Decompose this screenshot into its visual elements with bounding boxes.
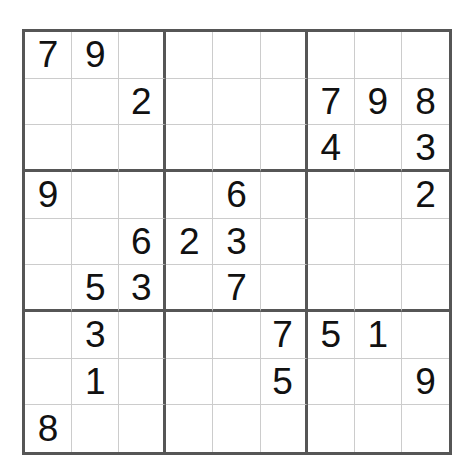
- cell-r6c7-empty[interactable]: [308, 265, 355, 312]
- cell-r2c4-empty[interactable]: [166, 79, 213, 126]
- cell-r1c7-empty[interactable]: [308, 32, 355, 79]
- cell-r5c8-empty[interactable]: [355, 219, 402, 266]
- cell-r4c8-empty[interactable]: [355, 172, 402, 219]
- cell-r6c1-empty[interactable]: [25, 265, 72, 312]
- cell-r9c5-empty[interactable]: [213, 405, 260, 452]
- cell-r5c3-given: 6: [119, 219, 166, 266]
- cell-r1c5-empty[interactable]: [213, 32, 260, 79]
- cell-r2c6-empty[interactable]: [261, 79, 308, 126]
- cell-r6c4-empty[interactable]: [166, 265, 213, 312]
- cell-r3c9-given: 3: [402, 125, 449, 172]
- cell-r8c6-given: 5: [261, 359, 308, 406]
- cell-r7c9-empty[interactable]: [402, 312, 449, 359]
- cell-r4c1-given: 9: [25, 172, 72, 219]
- cell-r8c1-empty[interactable]: [25, 359, 72, 406]
- cell-r8c9-given: 9: [402, 359, 449, 406]
- cell-r2c7-given: 7: [308, 79, 355, 126]
- cell-r1c1-given: 7: [25, 32, 72, 79]
- cell-r9c9-empty[interactable]: [402, 405, 449, 452]
- cell-r7c5-empty[interactable]: [213, 312, 260, 359]
- cell-r3c1-empty[interactable]: [25, 125, 72, 172]
- cell-r8c5-empty[interactable]: [213, 359, 260, 406]
- cell-r3c4-empty[interactable]: [166, 125, 213, 172]
- sudoku-board: 7927984396262353737511598: [22, 29, 452, 455]
- cell-r6c8-empty[interactable]: [355, 265, 402, 312]
- cell-r8c8-empty[interactable]: [355, 359, 402, 406]
- cell-r5c9-empty[interactable]: [402, 219, 449, 266]
- cell-r8c3-empty[interactable]: [119, 359, 166, 406]
- cell-r5c1-empty[interactable]: [25, 219, 72, 266]
- cell-r6c3-given: 3: [119, 265, 166, 312]
- cell-r6c6-empty[interactable]: [261, 265, 308, 312]
- cell-r5c4-given: 2: [166, 219, 213, 266]
- cell-r9c8-empty[interactable]: [355, 405, 402, 452]
- cell-r7c2-given: 3: [72, 312, 119, 359]
- cell-r9c2-empty[interactable]: [72, 405, 119, 452]
- cell-r1c2-given: 9: [72, 32, 119, 79]
- cell-r7c3-empty[interactable]: [119, 312, 166, 359]
- cell-r5c6-empty[interactable]: [261, 219, 308, 266]
- cell-r4c3-empty[interactable]: [119, 172, 166, 219]
- cell-r8c4-empty[interactable]: [166, 359, 213, 406]
- cell-r4c6-empty[interactable]: [261, 172, 308, 219]
- cell-r5c5-given: 3: [213, 219, 260, 266]
- cell-r6c2-given: 5: [72, 265, 119, 312]
- cell-r4c2-empty[interactable]: [72, 172, 119, 219]
- cell-r7c8-given: 1: [355, 312, 402, 359]
- cell-r2c2-empty[interactable]: [72, 79, 119, 126]
- cell-r6c5-given: 7: [213, 265, 260, 312]
- cell-r2c8-given: 9: [355, 79, 402, 126]
- cell-r7c4-empty[interactable]: [166, 312, 213, 359]
- cell-r6c9-empty[interactable]: [402, 265, 449, 312]
- cell-r4c7-empty[interactable]: [308, 172, 355, 219]
- cell-r2c3-given: 2: [119, 79, 166, 126]
- cell-r2c5-empty[interactable]: [213, 79, 260, 126]
- cell-r1c4-empty[interactable]: [166, 32, 213, 79]
- cell-r5c7-empty[interactable]: [308, 219, 355, 266]
- cell-r2c9-given: 8: [402, 79, 449, 126]
- cell-r8c7-empty[interactable]: [308, 359, 355, 406]
- cell-r8c2-given: 1: [72, 359, 119, 406]
- cell-r9c7-empty[interactable]: [308, 405, 355, 452]
- cell-r3c5-empty[interactable]: [213, 125, 260, 172]
- cell-r9c4-empty[interactable]: [166, 405, 213, 452]
- cell-r1c8-empty[interactable]: [355, 32, 402, 79]
- cell-r9c6-empty[interactable]: [261, 405, 308, 452]
- cell-r7c1-empty[interactable]: [25, 312, 72, 359]
- cell-r4c9-given: 2: [402, 172, 449, 219]
- cell-r9c1-given: 8: [25, 405, 72, 452]
- cell-r1c6-empty[interactable]: [261, 32, 308, 79]
- cell-r3c8-empty[interactable]: [355, 125, 402, 172]
- cell-r7c7-given: 5: [308, 312, 355, 359]
- cell-r3c6-empty[interactable]: [261, 125, 308, 172]
- cell-r5c2-empty[interactable]: [72, 219, 119, 266]
- cell-r7c6-given: 7: [261, 312, 308, 359]
- cell-r4c5-given: 6: [213, 172, 260, 219]
- cell-r3c7-given: 4: [308, 125, 355, 172]
- cell-r3c2-empty[interactable]: [72, 125, 119, 172]
- cell-r1c9-empty[interactable]: [402, 32, 449, 79]
- cell-r1c3-empty[interactable]: [119, 32, 166, 79]
- cell-r2c1-empty[interactable]: [25, 79, 72, 126]
- cell-r9c3-empty[interactable]: [119, 405, 166, 452]
- cell-r4c4-empty[interactable]: [166, 172, 213, 219]
- cell-r3c3-empty[interactable]: [119, 125, 166, 172]
